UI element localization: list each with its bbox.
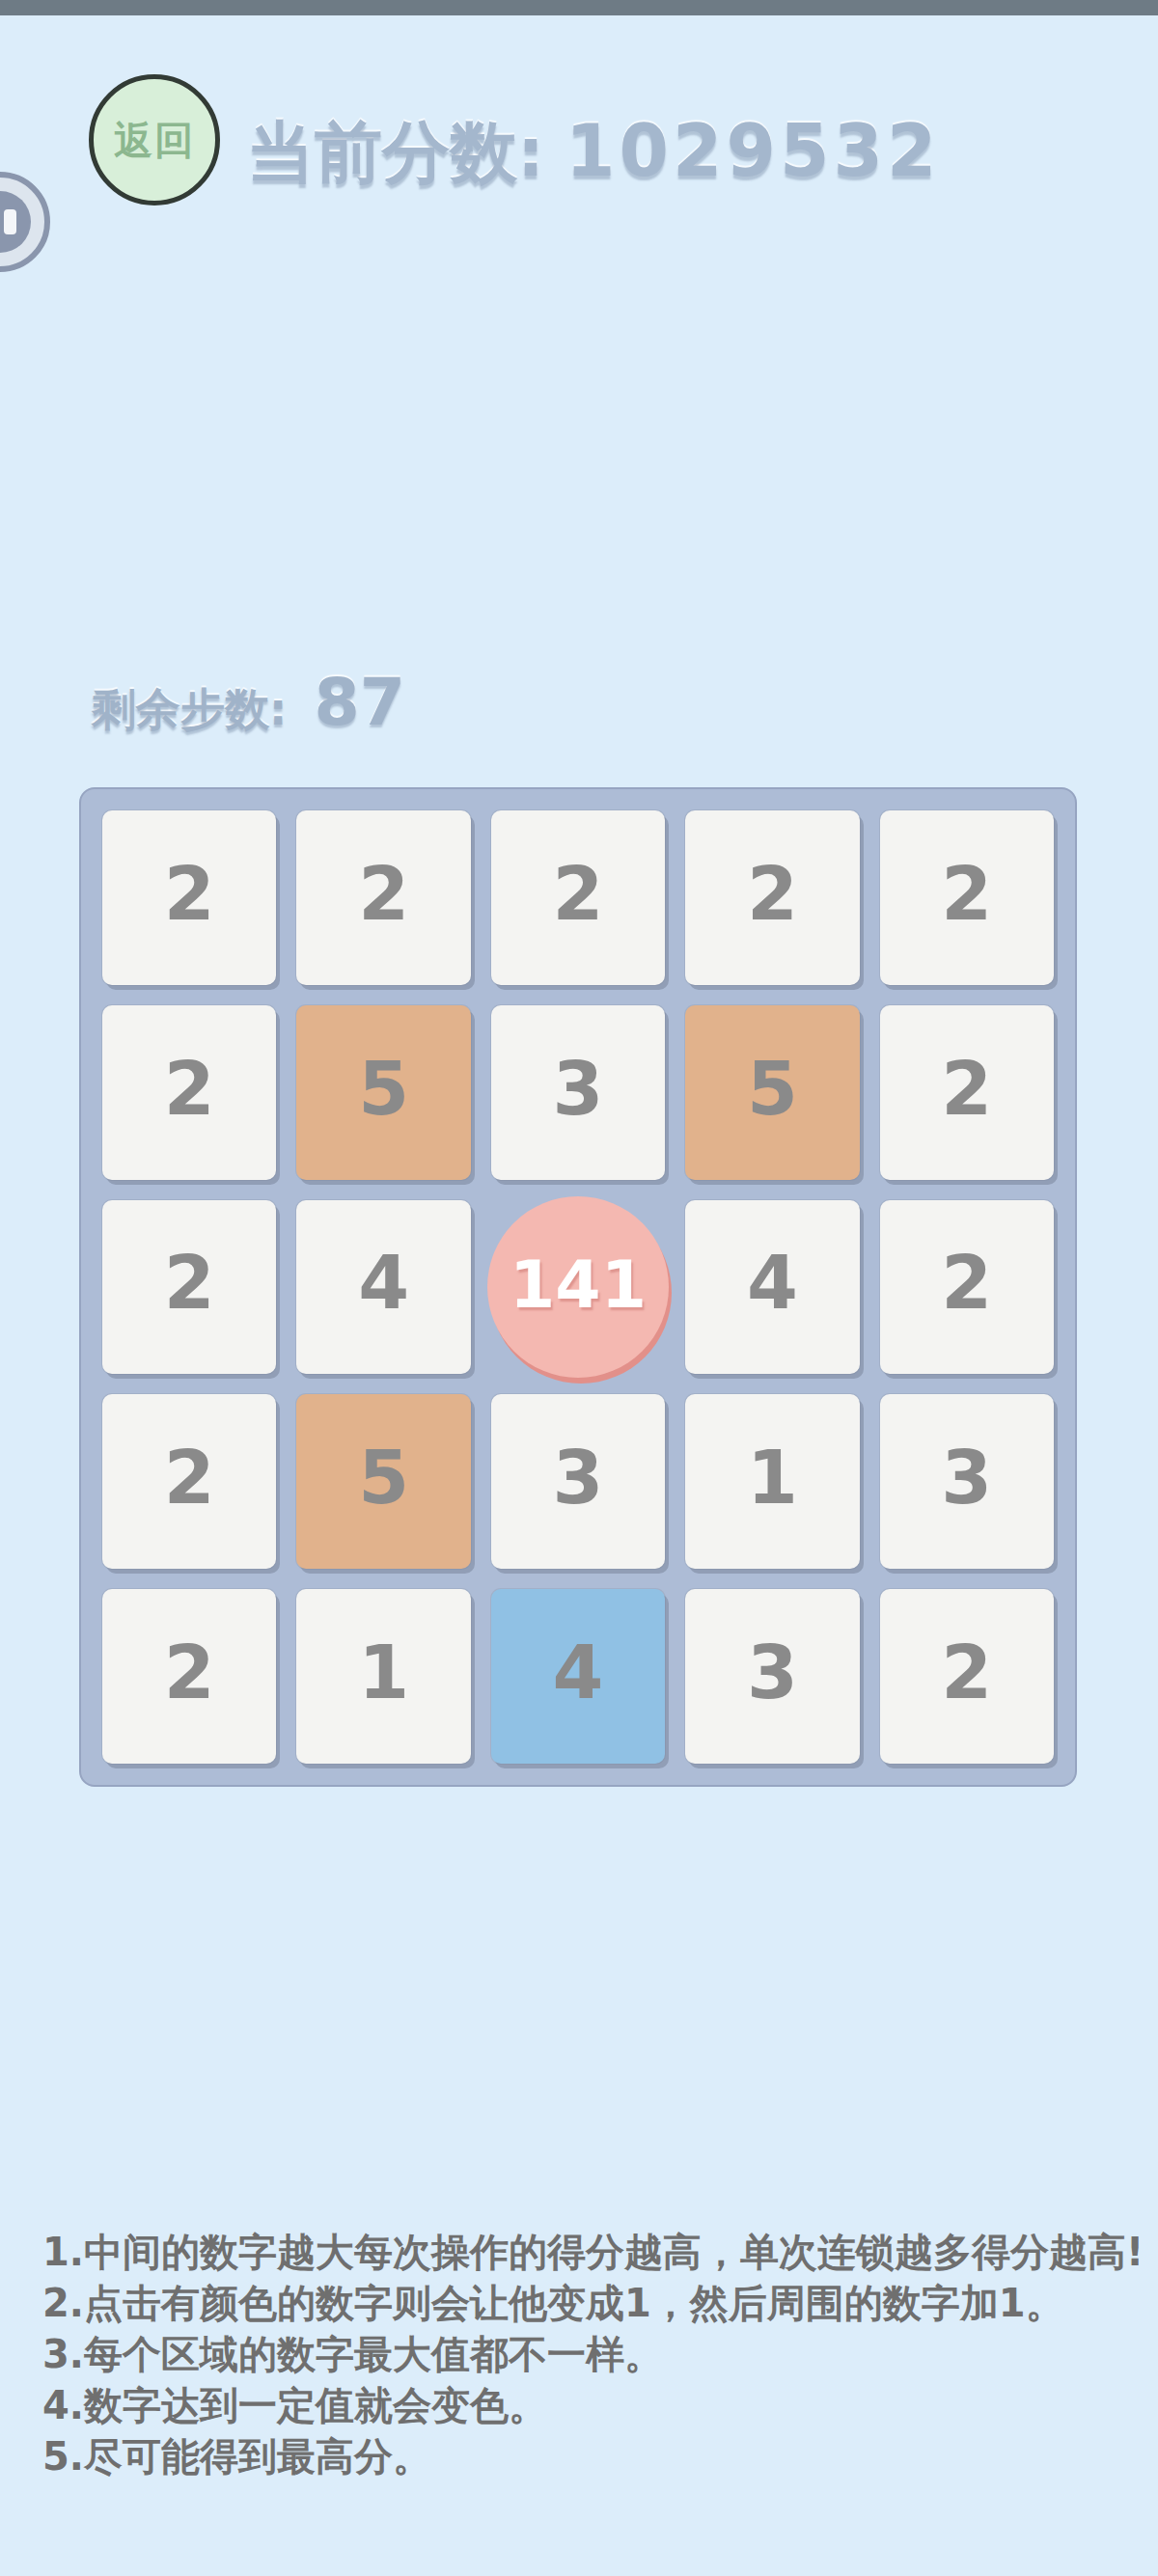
tile-24[interactable]: 2	[880, 1589, 1054, 1764]
tile-19[interactable]: 3	[880, 1394, 1054, 1569]
tile-22[interactable]: 4	[491, 1589, 665, 1764]
tile-8[interactable]: 5	[685, 1005, 859, 1180]
instruction-line-2: 2.点击有颜色的数字则会让他变成1，然后周围的数字加1。	[42, 2278, 1154, 2329]
steps-value: 87	[314, 664, 405, 740]
tile-17[interactable]: 3	[491, 1394, 665, 1569]
status-bar	[0, 0, 1158, 15]
tile-7[interactable]: 3	[491, 1005, 665, 1180]
score-value: 1029532	[565, 109, 940, 192]
tile-15[interactable]: 2	[102, 1394, 276, 1569]
center-chain-bubble: 141	[487, 1196, 669, 1378]
steps-display: 剩余步数: 87	[92, 664, 405, 740]
tile-20[interactable]: 2	[102, 1589, 276, 1764]
tile-21[interactable]: 1	[296, 1589, 470, 1764]
instruction-line-1: 1.中间的数字越大每次操作的得分越高，单次连锁越多得分越高!	[42, 2227, 1154, 2278]
score-display: 当前分数: 1029532	[247, 108, 940, 199]
instructions-list: 1.中间的数字越大每次操作的得分越高，单次连锁越多得分越高!2.点击有颜色的数字…	[42, 2227, 1154, 2482]
tile-0[interactable]: 2	[102, 810, 276, 985]
tile-13[interactable]: 4	[685, 1200, 859, 1375]
back-button-label: 返回	[114, 114, 195, 167]
tile-1[interactable]: 2	[296, 810, 470, 985]
game-board: 222222535224141422531321432	[79, 787, 1077, 1787]
steps-label: 剩余步数:	[92, 680, 287, 740]
tile-14[interactable]: 2	[880, 1200, 1054, 1375]
tile-11[interactable]: 4	[296, 1200, 470, 1375]
tile-5[interactable]: 2	[102, 1005, 276, 1180]
instruction-line-4: 4.数字达到一定值就会变色。	[42, 2380, 1154, 2431]
tile-3[interactable]: 2	[685, 810, 859, 985]
plug-icon	[0, 191, 31, 253]
floating-assistant-button[interactable]	[0, 172, 50, 272]
game-screen: 返回 当前分数: 1029532 剩余步数: 87 22222253522414…	[0, 0, 1158, 2576]
score-label: 当前分数:	[247, 108, 544, 199]
instruction-line-3: 3.每个区域的数字最大值都不一样。	[42, 2329, 1154, 2380]
tile-2[interactable]: 2	[491, 810, 665, 985]
tile-16[interactable]: 5	[296, 1394, 470, 1569]
tile-4[interactable]: 2	[880, 810, 1054, 985]
instruction-line-5: 5.尽可能得到最高分。	[42, 2431, 1154, 2482]
tile-6[interactable]: 5	[296, 1005, 470, 1180]
tile-10[interactable]: 2	[102, 1200, 276, 1375]
tile-18[interactable]: 1	[685, 1394, 859, 1569]
tile-circle-12[interactable]: 141	[491, 1200, 665, 1375]
back-button[interactable]: 返回	[89, 74, 220, 206]
tile-9[interactable]: 2	[880, 1005, 1054, 1180]
tile-23[interactable]: 3	[685, 1589, 859, 1764]
